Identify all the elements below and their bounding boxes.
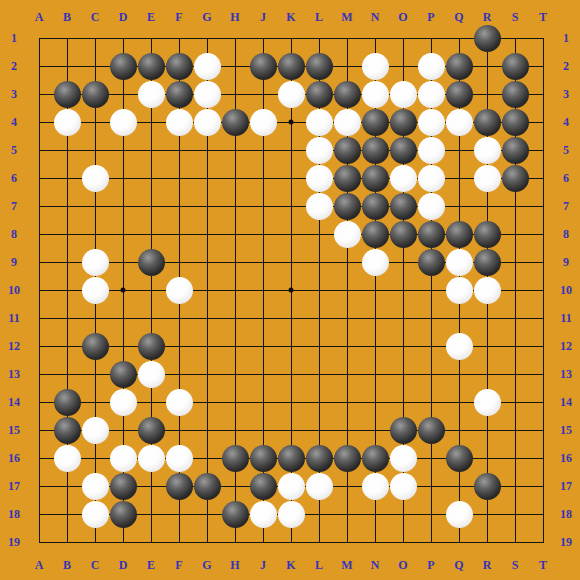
intersection-F8[interactable] (165, 220, 193, 248)
intersection-H13[interactable] (221, 360, 249, 388)
intersection-H11[interactable] (221, 304, 249, 332)
intersection-K15[interactable] (277, 416, 305, 444)
intersection-E3[interactable] (137, 80, 165, 108)
intersection-J10[interactable] (249, 276, 277, 304)
intersection-R11[interactable] (473, 304, 501, 332)
stone-black-J16[interactable] (250, 445, 277, 472)
intersection-J16[interactable] (249, 444, 277, 472)
intersection-G4[interactable] (193, 108, 221, 136)
intersection-J1[interactable] (249, 24, 277, 52)
intersection-D3[interactable] (109, 80, 137, 108)
intersection-P10[interactable] (417, 276, 445, 304)
intersection-T6[interactable] (529, 164, 557, 192)
intersection-T3[interactable] (529, 80, 557, 108)
stone-black-K2[interactable] (278, 53, 305, 80)
intersection-S9[interactable] (501, 248, 529, 276)
intersection-L4[interactable] (305, 108, 333, 136)
intersection-O4[interactable] (389, 108, 417, 136)
stone-white-K3[interactable] (278, 81, 305, 108)
stone-white-C10[interactable] (82, 277, 109, 304)
stone-black-F17[interactable] (166, 473, 193, 500)
intersection-M6[interactable] (333, 164, 361, 192)
intersection-B9[interactable] (53, 248, 81, 276)
intersection-A17[interactable] (25, 472, 53, 500)
intersection-K14[interactable] (277, 388, 305, 416)
intersection-T4[interactable] (529, 108, 557, 136)
stone-white-Q4[interactable] (446, 109, 473, 136)
intersection-H17[interactable] (221, 472, 249, 500)
stone-white-O3[interactable] (390, 81, 417, 108)
stone-white-P5[interactable] (418, 137, 445, 164)
intersection-E15[interactable] (137, 416, 165, 444)
intersection-Q18[interactable] (445, 500, 473, 528)
intersection-D9[interactable] (109, 248, 137, 276)
intersection-E2[interactable] (137, 52, 165, 80)
intersection-P16[interactable] (417, 444, 445, 472)
intersection-B18[interactable] (53, 500, 81, 528)
intersection-H15[interactable] (221, 416, 249, 444)
intersection-Q5[interactable] (445, 136, 473, 164)
intersection-F14[interactable] (165, 388, 193, 416)
intersection-S3[interactable] (501, 80, 529, 108)
intersection-S2[interactable] (501, 52, 529, 80)
intersection-M11[interactable] (333, 304, 361, 332)
intersection-N7[interactable] (361, 192, 389, 220)
stone-white-Q12[interactable] (446, 333, 473, 360)
intersection-B6[interactable] (53, 164, 81, 192)
stone-white-R10[interactable] (474, 277, 501, 304)
intersection-Q4[interactable] (445, 108, 473, 136)
intersection-T5[interactable] (529, 136, 557, 164)
intersection-L1[interactable] (305, 24, 333, 52)
intersection-E6[interactable] (137, 164, 165, 192)
stone-white-K18[interactable] (278, 501, 305, 528)
stone-black-O5[interactable] (390, 137, 417, 164)
intersection-D10[interactable] (109, 276, 137, 304)
intersection-N3[interactable] (361, 80, 389, 108)
intersection-T17[interactable] (529, 472, 557, 500)
intersection-B10[interactable] (53, 276, 81, 304)
intersection-E18[interactable] (137, 500, 165, 528)
intersection-F10[interactable] (165, 276, 193, 304)
intersection-H4[interactable] (221, 108, 249, 136)
stone-black-L16[interactable] (306, 445, 333, 472)
intersection-N16[interactable] (361, 444, 389, 472)
intersection-P4[interactable] (417, 108, 445, 136)
intersection-C9[interactable] (81, 248, 109, 276)
intersection-C16[interactable] (81, 444, 109, 472)
intersection-N10[interactable] (361, 276, 389, 304)
intersection-K9[interactable] (277, 248, 305, 276)
intersection-T2[interactable] (529, 52, 557, 80)
intersection-B13[interactable] (53, 360, 81, 388)
stone-black-E2[interactable] (138, 53, 165, 80)
intersection-K16[interactable] (277, 444, 305, 472)
intersection-T11[interactable] (529, 304, 557, 332)
intersection-F2[interactable] (165, 52, 193, 80)
stone-white-D4[interactable] (110, 109, 137, 136)
intersection-C18[interactable] (81, 500, 109, 528)
intersection-G13[interactable] (193, 360, 221, 388)
stone-white-Q10[interactable] (446, 277, 473, 304)
intersection-L11[interactable] (305, 304, 333, 332)
intersection-D4[interactable] (109, 108, 137, 136)
intersection-H19[interactable] (221, 528, 249, 556)
intersection-B7[interactable] (53, 192, 81, 220)
stone-white-R6[interactable] (474, 165, 501, 192)
stone-white-L7[interactable] (306, 193, 333, 220)
intersection-C8[interactable] (81, 220, 109, 248)
intersection-H2[interactable] (221, 52, 249, 80)
stone-white-O6[interactable] (390, 165, 417, 192)
stone-white-D14[interactable] (110, 389, 137, 416)
stone-white-N3[interactable] (362, 81, 389, 108)
intersection-R10[interactable] (473, 276, 501, 304)
intersection-O7[interactable] (389, 192, 417, 220)
stone-black-J2[interactable] (250, 53, 277, 80)
intersection-C4[interactable] (81, 108, 109, 136)
intersection-C14[interactable] (81, 388, 109, 416)
intersection-Q19[interactable] (445, 528, 473, 556)
intersection-Q9[interactable] (445, 248, 473, 276)
stone-black-S4[interactable] (502, 109, 529, 136)
intersection-T10[interactable] (529, 276, 557, 304)
stone-white-F14[interactable] (166, 389, 193, 416)
intersection-D14[interactable] (109, 388, 137, 416)
intersection-R13[interactable] (473, 360, 501, 388)
intersection-C1[interactable] (81, 24, 109, 52)
intersection-O5[interactable] (389, 136, 417, 164)
intersection-M15[interactable] (333, 416, 361, 444)
stone-black-O7[interactable] (390, 193, 417, 220)
intersection-A11[interactable] (25, 304, 53, 332)
stone-white-D16[interactable] (110, 445, 137, 472)
intersection-F7[interactable] (165, 192, 193, 220)
intersection-L3[interactable] (305, 80, 333, 108)
stone-black-Q3[interactable] (446, 81, 473, 108)
intersection-B1[interactable] (53, 24, 81, 52)
intersection-T15[interactable] (529, 416, 557, 444)
intersection-E1[interactable] (137, 24, 165, 52)
stone-black-H18[interactable] (222, 501, 249, 528)
intersection-F9[interactable] (165, 248, 193, 276)
intersection-S7[interactable] (501, 192, 529, 220)
stone-black-K16[interactable] (278, 445, 305, 472)
stone-white-N17[interactable] (362, 473, 389, 500)
intersection-K19[interactable] (277, 528, 305, 556)
intersection-R15[interactable] (473, 416, 501, 444)
intersection-R12[interactable] (473, 332, 501, 360)
intersection-S19[interactable] (501, 528, 529, 556)
intersection-Q1[interactable] (445, 24, 473, 52)
intersection-C2[interactable] (81, 52, 109, 80)
intersection-O12[interactable] (389, 332, 417, 360)
intersection-N8[interactable] (361, 220, 389, 248)
intersection-H9[interactable] (221, 248, 249, 276)
intersection-O3[interactable] (389, 80, 417, 108)
intersection-F16[interactable] (165, 444, 193, 472)
intersection-K10[interactable] (277, 276, 305, 304)
intersection-M1[interactable] (333, 24, 361, 52)
intersection-P6[interactable] (417, 164, 445, 192)
intersection-O9[interactable] (389, 248, 417, 276)
intersection-A5[interactable] (25, 136, 53, 164)
intersection-B12[interactable] (53, 332, 81, 360)
intersection-A18[interactable] (25, 500, 53, 528)
intersection-A2[interactable] (25, 52, 53, 80)
intersection-D7[interactable] (109, 192, 137, 220)
stone-black-L2[interactable] (306, 53, 333, 80)
intersection-Q8[interactable] (445, 220, 473, 248)
intersection-J5[interactable] (249, 136, 277, 164)
intersection-J14[interactable] (249, 388, 277, 416)
stone-black-N4[interactable] (362, 109, 389, 136)
intersection-R3[interactable] (473, 80, 501, 108)
intersection-T14[interactable] (529, 388, 557, 416)
intersection-B17[interactable] (53, 472, 81, 500)
intersection-N17[interactable] (361, 472, 389, 500)
intersection-R18[interactable] (473, 500, 501, 528)
intersection-N9[interactable] (361, 248, 389, 276)
stone-white-G3[interactable] (194, 81, 221, 108)
intersection-M19[interactable] (333, 528, 361, 556)
intersection-P3[interactable] (417, 80, 445, 108)
intersection-K3[interactable] (277, 80, 305, 108)
intersection-O13[interactable] (389, 360, 417, 388)
stone-black-R9[interactable] (474, 249, 501, 276)
intersection-E5[interactable] (137, 136, 165, 164)
intersection-C3[interactable] (81, 80, 109, 108)
intersection-T9[interactable] (529, 248, 557, 276)
intersection-R16[interactable] (473, 444, 501, 472)
intersection-B19[interactable] (53, 528, 81, 556)
intersection-P15[interactable] (417, 416, 445, 444)
stone-black-B3[interactable] (54, 81, 81, 108)
intersection-M12[interactable] (333, 332, 361, 360)
intersection-L7[interactable] (305, 192, 333, 220)
stone-white-P7[interactable] (418, 193, 445, 220)
intersection-F5[interactable] (165, 136, 193, 164)
intersection-H5[interactable] (221, 136, 249, 164)
stone-white-R14[interactable] (474, 389, 501, 416)
intersection-E4[interactable] (137, 108, 165, 136)
intersection-H7[interactable] (221, 192, 249, 220)
stone-white-G2[interactable] (194, 53, 221, 80)
intersection-A13[interactable] (25, 360, 53, 388)
intersection-Q6[interactable] (445, 164, 473, 192)
intersection-L15[interactable] (305, 416, 333, 444)
stone-black-O15[interactable] (390, 417, 417, 444)
intersection-Q17[interactable] (445, 472, 473, 500)
intersection-J19[interactable] (249, 528, 277, 556)
stone-black-S6[interactable] (502, 165, 529, 192)
intersection-O19[interactable] (389, 528, 417, 556)
intersection-J13[interactable] (249, 360, 277, 388)
intersection-K17[interactable] (277, 472, 305, 500)
intersection-Q15[interactable] (445, 416, 473, 444)
intersection-H3[interactable] (221, 80, 249, 108)
intersection-F12[interactable] (165, 332, 193, 360)
stone-black-D13[interactable] (110, 361, 137, 388)
intersection-F15[interactable] (165, 416, 193, 444)
stone-white-C9[interactable] (82, 249, 109, 276)
intersection-N13[interactable] (361, 360, 389, 388)
intersection-K7[interactable] (277, 192, 305, 220)
intersection-G19[interactable] (193, 528, 221, 556)
intersection-J11[interactable] (249, 304, 277, 332)
intersection-M8[interactable] (333, 220, 361, 248)
intersection-E17[interactable] (137, 472, 165, 500)
intersection-B14[interactable] (53, 388, 81, 416)
intersection-S13[interactable] (501, 360, 529, 388)
intersection-C6[interactable] (81, 164, 109, 192)
intersection-O10[interactable] (389, 276, 417, 304)
stone-white-P2[interactable] (418, 53, 445, 80)
intersection-F4[interactable] (165, 108, 193, 136)
intersection-A10[interactable] (25, 276, 53, 304)
intersection-O8[interactable] (389, 220, 417, 248)
intersection-N12[interactable] (361, 332, 389, 360)
intersection-S14[interactable] (501, 388, 529, 416)
intersection-G1[interactable] (193, 24, 221, 52)
intersection-F18[interactable] (165, 500, 193, 528)
intersection-T7[interactable] (529, 192, 557, 220)
intersection-P7[interactable] (417, 192, 445, 220)
intersection-G16[interactable] (193, 444, 221, 472)
intersection-E11[interactable] (137, 304, 165, 332)
intersection-Q13[interactable] (445, 360, 473, 388)
intersection-S10[interactable] (501, 276, 529, 304)
intersection-H14[interactable] (221, 388, 249, 416)
intersection-F13[interactable] (165, 360, 193, 388)
stone-black-H16[interactable] (222, 445, 249, 472)
intersection-G17[interactable] (193, 472, 221, 500)
intersection-A6[interactable] (25, 164, 53, 192)
intersection-P11[interactable] (417, 304, 445, 332)
intersection-J9[interactable] (249, 248, 277, 276)
intersection-M10[interactable] (333, 276, 361, 304)
intersection-C13[interactable] (81, 360, 109, 388)
intersection-T19[interactable] (529, 528, 557, 556)
stone-white-M4[interactable] (334, 109, 361, 136)
intersection-L14[interactable] (305, 388, 333, 416)
stone-black-E15[interactable] (138, 417, 165, 444)
intersection-D8[interactable] (109, 220, 137, 248)
intersection-H16[interactable] (221, 444, 249, 472)
stone-black-O4[interactable] (390, 109, 417, 136)
stone-black-N7[interactable] (362, 193, 389, 220)
intersection-N5[interactable] (361, 136, 389, 164)
intersection-D6[interactable] (109, 164, 137, 192)
intersection-E7[interactable] (137, 192, 165, 220)
intersection-O6[interactable] (389, 164, 417, 192)
intersection-D5[interactable] (109, 136, 137, 164)
intersection-G2[interactable] (193, 52, 221, 80)
intersection-H6[interactable] (221, 164, 249, 192)
intersection-E8[interactable] (137, 220, 165, 248)
intersection-J8[interactable] (249, 220, 277, 248)
intersection-M14[interactable] (333, 388, 361, 416)
intersection-B11[interactable] (53, 304, 81, 332)
stone-black-G17[interactable] (194, 473, 221, 500)
intersection-S17[interactable] (501, 472, 529, 500)
intersection-D1[interactable] (109, 24, 137, 52)
intersection-M5[interactable] (333, 136, 361, 164)
stone-black-E12[interactable] (138, 333, 165, 360)
intersection-K4[interactable] (277, 108, 305, 136)
intersection-H12[interactable] (221, 332, 249, 360)
stone-black-N8[interactable] (362, 221, 389, 248)
intersection-T16[interactable] (529, 444, 557, 472)
intersection-J3[interactable] (249, 80, 277, 108)
intersection-H18[interactable] (221, 500, 249, 528)
intersection-B15[interactable] (53, 416, 81, 444)
intersection-N6[interactable] (361, 164, 389, 192)
intersection-O17[interactable] (389, 472, 417, 500)
intersection-N14[interactable] (361, 388, 389, 416)
stone-black-C3[interactable] (82, 81, 109, 108)
intersection-M18[interactable] (333, 500, 361, 528)
stone-white-F4[interactable] (166, 109, 193, 136)
intersection-L17[interactable] (305, 472, 333, 500)
stone-black-M3[interactable] (334, 81, 361, 108)
intersection-D13[interactable] (109, 360, 137, 388)
stone-black-R1[interactable] (474, 25, 501, 52)
intersection-D18[interactable] (109, 500, 137, 528)
stone-white-C18[interactable] (82, 501, 109, 528)
intersection-O15[interactable] (389, 416, 417, 444)
intersection-K13[interactable] (277, 360, 305, 388)
intersection-G6[interactable] (193, 164, 221, 192)
intersection-L13[interactable] (305, 360, 333, 388)
stone-black-N6[interactable] (362, 165, 389, 192)
intersection-H10[interactable] (221, 276, 249, 304)
intersection-J2[interactable] (249, 52, 277, 80)
intersection-M4[interactable] (333, 108, 361, 136)
intersection-G14[interactable] (193, 388, 221, 416)
intersection-C7[interactable] (81, 192, 109, 220)
intersection-N11[interactable] (361, 304, 389, 332)
stone-black-M16[interactable] (334, 445, 361, 472)
intersection-P2[interactable] (417, 52, 445, 80)
intersection-A15[interactable] (25, 416, 53, 444)
intersection-L19[interactable] (305, 528, 333, 556)
intersection-O18[interactable] (389, 500, 417, 528)
stone-black-Q2[interactable] (446, 53, 473, 80)
stone-white-P6[interactable] (418, 165, 445, 192)
stone-white-C6[interactable] (82, 165, 109, 192)
intersection-M9[interactable] (333, 248, 361, 276)
intersection-Q12[interactable] (445, 332, 473, 360)
intersection-B4[interactable] (53, 108, 81, 136)
intersection-K1[interactable] (277, 24, 305, 52)
stone-black-E9[interactable] (138, 249, 165, 276)
stone-black-F3[interactable] (166, 81, 193, 108)
intersection-N1[interactable] (361, 24, 389, 52)
intersection-P13[interactable] (417, 360, 445, 388)
stone-black-S3[interactable] (502, 81, 529, 108)
stone-black-M6[interactable] (334, 165, 361, 192)
stone-black-S5[interactable] (502, 137, 529, 164)
intersection-J7[interactable] (249, 192, 277, 220)
intersection-L8[interactable] (305, 220, 333, 248)
stone-white-L17[interactable] (306, 473, 333, 500)
stone-black-O8[interactable] (390, 221, 417, 248)
intersection-C12[interactable] (81, 332, 109, 360)
stone-white-O17[interactable] (390, 473, 417, 500)
intersection-R1[interactable] (473, 24, 501, 52)
intersection-G7[interactable] (193, 192, 221, 220)
